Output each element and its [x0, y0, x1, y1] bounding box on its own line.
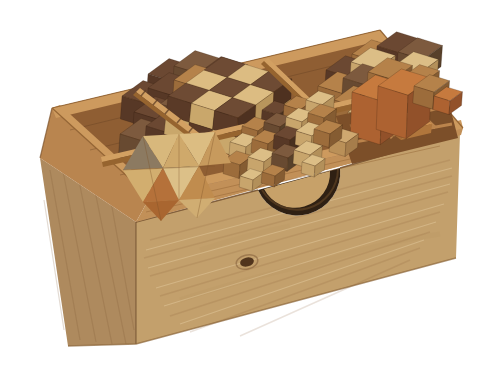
puzzle-piece-face [376, 86, 408, 139]
product-photo [0, 0, 500, 370]
